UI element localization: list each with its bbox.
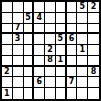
cell-r2c1[interactable] [2, 13, 13, 24]
cell-r4c3[interactable] [24, 34, 35, 45]
cell-r8c3[interactable] [24, 77, 35, 88]
cell-r9c5[interactable] [45, 88, 56, 99]
cell-r5c1[interactable] [2, 45, 13, 56]
cell-r2c7[interactable] [67, 13, 78, 24]
cell-r2c5[interactable] [45, 13, 56, 24]
cell-r2c4: 4 [34, 13, 45, 24]
cell-r6c9[interactable] [88, 56, 99, 67]
cell-r6c8[interactable] [77, 56, 88, 67]
cell-r3c3[interactable] [24, 24, 35, 35]
cell-r1c7[interactable] [67, 2, 78, 13]
cell-r7c8[interactable] [77, 67, 88, 78]
cell-r4c6: 5 [56, 34, 67, 45]
cell-r4c4[interactable] [34, 34, 45, 45]
cell-r6c4[interactable] [34, 56, 45, 67]
cell-r5c5: 2 [45, 45, 56, 56]
cell-r8c7: 7 [67, 77, 78, 88]
cell-r8c8[interactable] [77, 77, 88, 88]
cell-r6c2[interactable] [13, 56, 24, 67]
cell-r6c1[interactable] [2, 56, 13, 67]
cell-r5c9[interactable] [88, 45, 99, 56]
cell-r4c5[interactable] [45, 34, 56, 45]
cell-r1c5[interactable] [45, 2, 56, 13]
cell-r3c4[interactable] [34, 24, 45, 35]
cell-r4c8[interactable] [77, 34, 88, 45]
cell-r1c8: 5 [77, 2, 88, 13]
cell-r5c8: 1 [77, 45, 88, 56]
cell-r2c8[interactable] [77, 13, 88, 24]
cell-r5c6[interactable] [56, 45, 67, 56]
cell-r5c7[interactable] [67, 45, 78, 56]
cell-r6c7[interactable] [67, 56, 78, 67]
cell-r3c1[interactable] [2, 24, 13, 35]
cell-r9c9[interactable] [88, 88, 99, 99]
cell-r7c7[interactable] [67, 67, 78, 78]
cell-r4c2: 3 [13, 34, 24, 45]
cell-r6c6: 1 [56, 56, 67, 67]
cell-r8c4: 6 [34, 77, 45, 88]
cell-r7c3[interactable] [24, 67, 35, 78]
cell-r9c6[interactable] [56, 88, 67, 99]
cell-r2c3: 5 [24, 13, 35, 24]
cell-r9c7[interactable] [67, 88, 78, 99]
cell-r1c3[interactable] [24, 2, 35, 13]
cell-r1c1[interactable] [2, 2, 13, 13]
sudoku-board: 52547356218128671 [0, 0, 101, 101]
cell-r1c6[interactable] [56, 2, 67, 13]
cell-r6c3[interactable] [24, 56, 35, 67]
cell-r8c2[interactable] [13, 77, 24, 88]
cell-r5c3[interactable] [24, 45, 35, 56]
cell-r3c8[interactable] [77, 24, 88, 35]
cell-r3c5[interactable] [45, 24, 56, 35]
cell-r2c2[interactable] [13, 13, 24, 24]
cell-r3c2: 7 [13, 24, 24, 35]
cell-r5c2[interactable] [13, 45, 24, 56]
cell-r7c2[interactable] [13, 67, 24, 78]
cell-r8c1[interactable] [2, 77, 13, 88]
cell-r4c1[interactable] [2, 34, 13, 45]
cell-r2c6[interactable] [56, 13, 67, 24]
cell-r3c6[interactable] [56, 24, 67, 35]
cell-r9c8[interactable] [77, 88, 88, 99]
cell-r6c5: 8 [45, 56, 56, 67]
cell-r5c4[interactable] [34, 45, 45, 56]
cell-r8c9[interactable] [88, 77, 99, 88]
cell-r9c2[interactable] [13, 88, 24, 99]
cell-r1c4[interactable] [34, 2, 45, 13]
cell-r7c9: 8 [88, 67, 99, 78]
cell-r7c4[interactable] [34, 67, 45, 78]
cell-r7c5[interactable] [45, 67, 56, 78]
cell-r4c7: 6 [67, 34, 78, 45]
cell-r1c9: 2 [88, 2, 99, 13]
cell-r9c4[interactable] [34, 88, 45, 99]
cell-r2c9[interactable] [88, 13, 99, 24]
cell-r8c5[interactable] [45, 77, 56, 88]
cell-r1c2[interactable] [13, 2, 24, 13]
cell-r9c1: 1 [2, 88, 13, 99]
cell-r3c9[interactable] [88, 24, 99, 35]
cell-r3c7[interactable] [67, 24, 78, 35]
cell-r8c6[interactable] [56, 77, 67, 88]
cell-r7c1: 2 [2, 67, 13, 78]
cell-r4c9[interactable] [88, 34, 99, 45]
cell-r7c6[interactable] [56, 67, 67, 78]
cell-r9c3[interactable] [24, 88, 35, 99]
